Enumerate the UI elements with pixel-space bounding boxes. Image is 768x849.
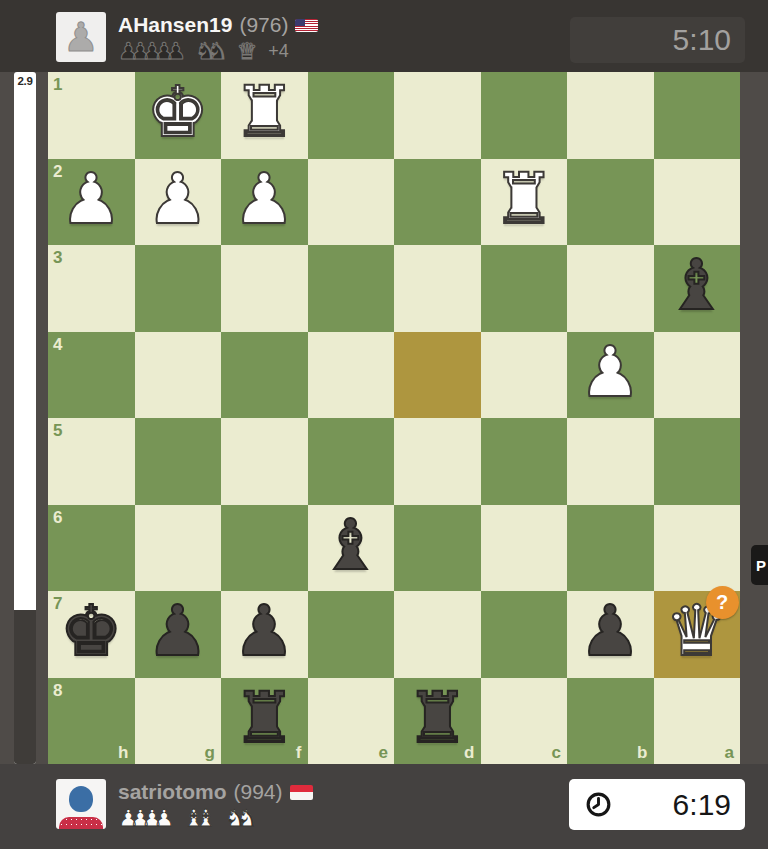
square-b4[interactable]: ♟ (567, 332, 654, 419)
white-rook: ♜ (492, 164, 555, 240)
square-e4[interactable] (308, 332, 395, 419)
top-player-avatar[interactable]: ♟ (56, 12, 106, 62)
square-h2[interactable]: 2♟ (48, 159, 135, 246)
square-h5[interactable]: 5 (48, 418, 135, 505)
square-d1[interactable] (394, 72, 481, 159)
bottom-captured-pieces: ♟♟♟♟♝♝♞♞ (118, 805, 538, 831)
captured-piece-group: ♟♟♟♟♟ (118, 39, 186, 63)
square-g1[interactable]: ♚ (135, 72, 222, 159)
square-d7[interactable] (394, 591, 481, 678)
evaluation-score: 2.9 (14, 75, 36, 87)
file-label-e: e (379, 744, 388, 761)
bottom-player-block: satriotomo (994) ♟♟♟♟♝♝♞♞ (118, 780, 538, 831)
black-pawn: ♟ (579, 596, 642, 672)
top-clock-time: 5:10 (673, 23, 731, 57)
square-c7[interactable] (481, 591, 568, 678)
square-c2[interactable]: ♜ (481, 159, 568, 246)
square-h1[interactable]: 1 (48, 72, 135, 159)
game-page: ♟ AHansen19 (976) ♟♟♟♟♟♞♞♛ +4 5:10 2.9 1… (0, 0, 768, 849)
captured-piece-group: ♟♟♟♟ (118, 806, 174, 830)
white-pawn: ♟ (233, 164, 296, 240)
square-d8[interactable]: d♜ (394, 678, 481, 765)
file-label-c: c (552, 744, 561, 761)
square-d5[interactable] (394, 418, 481, 505)
square-g8[interactable]: g (135, 678, 222, 765)
square-e2[interactable] (308, 159, 395, 246)
square-f4[interactable] (221, 332, 308, 419)
square-h7[interactable]: 7♚ (48, 591, 135, 678)
square-a7[interactable]: ♛? (654, 591, 741, 678)
rank-label-2: 2 (53, 163, 62, 180)
square-a6[interactable] (654, 505, 741, 592)
bottom-player-avatar[interactable] (56, 779, 106, 829)
top-player-rating: (976) (239, 13, 288, 37)
black-pawn: ♟ (233, 596, 296, 672)
square-g4[interactable] (135, 332, 222, 419)
black-rook: ♜ (233, 683, 296, 759)
black-rook: ♜ (406, 683, 469, 759)
square-e5[interactable] (308, 418, 395, 505)
square-c5[interactable] (481, 418, 568, 505)
square-e7[interactable] (308, 591, 395, 678)
chess-board: 1♚♜2♟♟♟♜3♝4♟56♝7♚♟♟♟♛?8hgf♜ed♜cba (48, 72, 740, 764)
file-label-g: g (205, 744, 215, 761)
white-pawn: ♟ (60, 164, 123, 240)
square-h8[interactable]: 8h (48, 678, 135, 765)
side-panel-tab-label: P (756, 557, 766, 574)
square-b7[interactable]: ♟ (567, 591, 654, 678)
rank-label-5: 5 (53, 422, 62, 439)
square-g7[interactable]: ♟ (135, 591, 222, 678)
file-label-b: b (637, 744, 647, 761)
square-g6[interactable] (135, 505, 222, 592)
captured-piece-group: ♛ (237, 39, 258, 63)
square-f5[interactable] (221, 418, 308, 505)
square-a4[interactable] (654, 332, 741, 419)
captured-piece-group: ♝♝ (183, 806, 216, 830)
rank-label-1: 1 (53, 76, 62, 93)
square-h6[interactable]: 6 (48, 505, 135, 592)
file-label-d: d (464, 744, 474, 761)
square-a5[interactable] (654, 418, 741, 505)
bottom-player-name[interactable]: satriotomo (118, 780, 227, 804)
top-captured-pieces: ♟♟♟♟♟♞♞♛ +4 (118, 38, 538, 64)
rank-label-4: 4 (53, 336, 62, 353)
square-e8[interactable]: e (308, 678, 395, 765)
white-pawn: ♟ (579, 337, 642, 413)
indonesia-flag-icon (290, 785, 313, 800)
square-f6[interactable] (221, 505, 308, 592)
square-f3[interactable] (221, 245, 308, 332)
square-b1[interactable] (567, 72, 654, 159)
black-pawn: ♟ (146, 596, 209, 672)
material-advantage: +4 (268, 41, 289, 62)
square-h4[interactable]: 4 (48, 332, 135, 419)
square-c6[interactable] (481, 505, 568, 592)
square-b2[interactable] (567, 159, 654, 246)
square-a1[interactable] (654, 72, 741, 159)
bottom-player-clock: 6:19 (569, 779, 745, 830)
bottom-player-rating: (994) (234, 780, 283, 804)
square-b8[interactable]: b (567, 678, 654, 765)
clock-icon (585, 791, 612, 818)
square-a8[interactable]: a (654, 678, 741, 765)
side-panel-tab[interactable]: P (751, 545, 768, 585)
square-c3[interactable] (481, 245, 568, 332)
black-bishop: ♝ (665, 250, 728, 326)
file-label-h: h (118, 744, 128, 761)
rank-label-6: 6 (53, 509, 62, 526)
file-label-a: a (725, 744, 734, 761)
evaluation-bar: 2.9 (14, 72, 36, 764)
white-rook: ♜ (233, 77, 296, 153)
us-flag-icon (295, 19, 318, 32)
captured-piece-group: ♞♞ (225, 806, 258, 830)
top-player-block: AHansen19 (976) ♟♟♟♟♟♞♞♛ +4 (118, 13, 538, 64)
square-f7[interactable]: ♟ (221, 591, 308, 678)
square-c1[interactable] (481, 72, 568, 159)
rank-label-3: 3 (53, 249, 62, 266)
person-avatar-icon (69, 786, 93, 812)
white-king: ♚ (146, 77, 209, 153)
captured-piece-group: ♞♞ (195, 39, 228, 63)
mistake-annotation-badge: ? (706, 586, 739, 619)
square-d2[interactable] (394, 159, 481, 246)
square-g2[interactable]: ♟ (135, 159, 222, 246)
square-b6[interactable] (567, 505, 654, 592)
square-e6[interactable]: ♝ (308, 505, 395, 592)
file-label-f: f (296, 744, 302, 761)
square-c8[interactable]: c (481, 678, 568, 765)
square-a3[interactable]: ♝ (654, 245, 741, 332)
square-c4[interactable] (481, 332, 568, 419)
top-player-name[interactable]: AHansen19 (118, 13, 232, 37)
square-d4[interactable] (394, 332, 481, 419)
bottom-clock-time: 6:19 (673, 788, 731, 822)
top-player-clock: 5:10 (570, 17, 745, 63)
pawn-avatar-icon: ♟ (63, 17, 99, 57)
square-e3[interactable] (308, 245, 395, 332)
rank-label-7: 7 (53, 595, 62, 612)
square-b5[interactable] (567, 418, 654, 505)
square-d6[interactable] (394, 505, 481, 592)
rank-label-8: 8 (53, 682, 62, 699)
square-f2[interactable]: ♟ (221, 159, 308, 246)
square-f1[interactable]: ♜ (221, 72, 308, 159)
white-pawn: ♟ (146, 164, 209, 240)
black-bishop: ♝ (319, 510, 382, 586)
black-king: ♚ (60, 596, 123, 672)
square-a2[interactable] (654, 159, 741, 246)
square-e1[interactable] (308, 72, 395, 159)
square-d3[interactable] (394, 245, 481, 332)
evaluation-bar-black-part (14, 610, 36, 764)
square-b3[interactable] (567, 245, 654, 332)
square-g5[interactable] (135, 418, 222, 505)
square-h3[interactable]: 3 (48, 245, 135, 332)
square-f8[interactable]: f♜ (221, 678, 308, 765)
square-g3[interactable] (135, 245, 222, 332)
